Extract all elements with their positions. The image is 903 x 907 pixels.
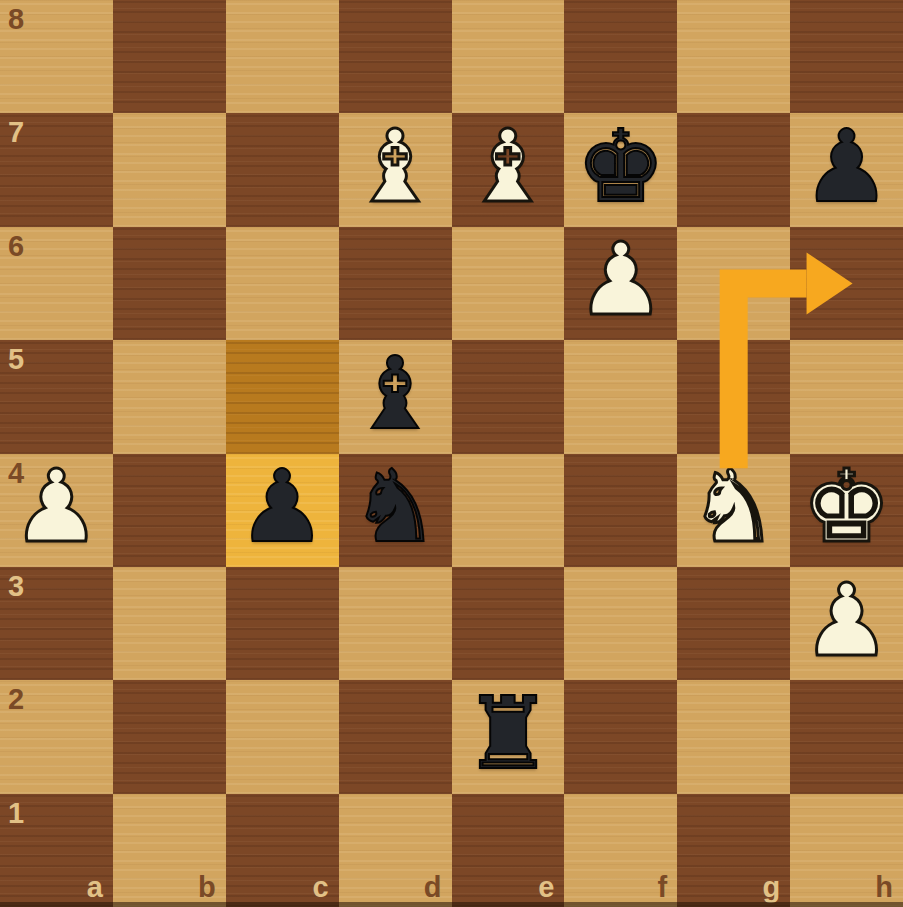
white-pawn[interactable]: ♟: [790, 567, 903, 680]
square-c1[interactable]: c: [226, 794, 339, 907]
square-d3[interactable]: [339, 567, 452, 680]
square-f3[interactable]: [564, 567, 677, 680]
square-b2[interactable]: [113, 680, 226, 793]
rank-label-8: 8: [8, 5, 24, 34]
file-label-a: a: [87, 873, 103, 902]
square-h5[interactable]: [790, 340, 903, 453]
square-b1[interactable]: b: [113, 794, 226, 907]
square-h2[interactable]: [790, 680, 903, 793]
square-f1[interactable]: f: [564, 794, 677, 907]
file-label-c: c: [312, 873, 328, 902]
square-h7[interactable]: ♟: [790, 113, 903, 226]
square-g6[interactable]: [677, 227, 790, 340]
square-g5[interactable]: [677, 340, 790, 453]
white-pawn[interactable]: ♟: [0, 454, 113, 567]
square-a8[interactable]: 8: [0, 0, 113, 113]
black-pawn[interactable]: ♟: [226, 454, 339, 567]
square-g4[interactable]: ♞: [677, 454, 790, 567]
square-f6[interactable]: ♟: [564, 227, 677, 340]
square-h1[interactable]: h: [790, 794, 903, 907]
square-g3[interactable]: [677, 567, 790, 680]
rank-label-3: 3: [8, 572, 24, 601]
square-c7[interactable]: [226, 113, 339, 226]
square-a5[interactable]: 5: [0, 340, 113, 453]
square-c4[interactable]: ♟: [226, 454, 339, 567]
square-g1[interactable]: g: [677, 794, 790, 907]
square-f5[interactable]: [564, 340, 677, 453]
square-b4[interactable]: [113, 454, 226, 567]
square-d1[interactable]: d: [339, 794, 452, 907]
file-label-g: g: [762, 873, 780, 902]
square-c2[interactable]: [226, 680, 339, 793]
square-e4[interactable]: [452, 454, 565, 567]
black-rook[interactable]: ♜: [452, 680, 565, 793]
square-f2[interactable]: [564, 680, 677, 793]
square-g8[interactable]: [677, 0, 790, 113]
black-king[interactable]: ♚: [564, 113, 677, 226]
square-c3[interactable]: [226, 567, 339, 680]
square-c6[interactable]: [226, 227, 339, 340]
square-f7[interactable]: ♚: [564, 113, 677, 226]
square-e1[interactable]: e: [452, 794, 565, 907]
square-b7[interactable]: [113, 113, 226, 226]
board-squares: 87♝♝♚♟6♟5♝4♟♟♞♞♚3♟2♜1abcdefgh: [0, 0, 903, 907]
white-knight[interactable]: ♞: [677, 454, 790, 567]
square-a1[interactable]: 1a: [0, 794, 113, 907]
file-label-d: d: [424, 873, 442, 902]
black-pawn[interactable]: ♟: [790, 113, 903, 226]
square-e6[interactable]: [452, 227, 565, 340]
square-e2[interactable]: ♜: [452, 680, 565, 793]
square-g7[interactable]: [677, 113, 790, 226]
square-d7[interactable]: ♝: [339, 113, 452, 226]
square-d4[interactable]: ♞: [339, 454, 452, 567]
square-c5[interactable]: [226, 340, 339, 453]
square-e3[interactable]: [452, 567, 565, 680]
square-b3[interactable]: [113, 567, 226, 680]
square-g2[interactable]: [677, 680, 790, 793]
square-b6[interactable]: [113, 227, 226, 340]
square-h8[interactable]: [790, 0, 903, 113]
white-pawn[interactable]: ♟: [564, 227, 677, 340]
square-a7[interactable]: 7: [0, 113, 113, 226]
square-b5[interactable]: [113, 340, 226, 453]
rank-label-7: 7: [8, 118, 24, 147]
black-bishop[interactable]: ♝: [339, 340, 452, 453]
square-a3[interactable]: 3: [0, 567, 113, 680]
file-label-b: b: [198, 873, 216, 902]
square-a4[interactable]: 4♟: [0, 454, 113, 567]
square-a2[interactable]: 2: [0, 680, 113, 793]
rank-label-1: 1: [8, 799, 24, 828]
rank-label-2: 2: [8, 685, 24, 714]
square-d5[interactable]: ♝: [339, 340, 452, 453]
square-h4[interactable]: ♚: [790, 454, 903, 567]
square-h3[interactable]: ♟: [790, 567, 903, 680]
square-c8[interactable]: [226, 0, 339, 113]
black-knight[interactable]: ♞: [339, 454, 452, 567]
white-bishop[interactable]: ♝: [339, 113, 452, 226]
file-label-f: f: [658, 873, 668, 902]
rank-label-6: 6: [8, 232, 24, 261]
chess-board: 87♝♝♚♟6♟5♝4♟♟♞♞♚3♟2♜1abcdefgh: [0, 0, 903, 907]
file-label-h: h: [875, 873, 893, 902]
square-a6[interactable]: 6: [0, 227, 113, 340]
square-f4[interactable]: [564, 454, 677, 567]
square-e7[interactable]: ♝: [452, 113, 565, 226]
square-e5[interactable]: [452, 340, 565, 453]
square-h6[interactable]: [790, 227, 903, 340]
square-e8[interactable]: [452, 0, 565, 113]
rank-label-5: 5: [8, 345, 24, 374]
square-d8[interactable]: [339, 0, 452, 113]
white-bishop[interactable]: ♝: [452, 113, 565, 226]
file-label-e: e: [538, 873, 554, 902]
square-f8[interactable]: [564, 0, 677, 113]
square-d6[interactable]: [339, 227, 452, 340]
white-king[interactable]: ♚: [790, 454, 903, 567]
square-b8[interactable]: [113, 0, 226, 113]
square-d2[interactable]: [339, 680, 452, 793]
